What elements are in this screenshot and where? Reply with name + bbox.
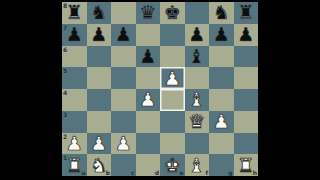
square-c6[interactable]: [111, 46, 136, 68]
file-label-e: e: [179, 170, 183, 176]
square-c8[interactable]: [111, 2, 136, 24]
piece-white-bishop-f4[interactable]: ♝: [188, 90, 205, 109]
piece-black-pawn-h7[interactable]: ♟: [237, 25, 254, 44]
square-g1[interactable]: g: [209, 154, 234, 176]
square-d3[interactable]: [136, 111, 161, 133]
piece-white-bishop-f1[interactable]: ♝: [188, 155, 205, 174]
piece-black-rook-a8[interactable]: ♜: [66, 3, 83, 22]
piece-black-rook-h8[interactable]: ♜: [237, 3, 254, 22]
square-g2[interactable]: [209, 133, 234, 155]
piece-black-pawn-g7[interactable]: ♟: [213, 25, 230, 44]
piece-white-pawn-c2[interactable]: ♟: [115, 133, 132, 152]
piece-white-pawn-g3[interactable]: ♟: [213, 112, 230, 131]
chess-board: 8♜♞♛♚♞♜7♟♟♟♟♟♟6♟♝5♟4♟♝3♛♟2♟♟♟1a♜b♞cde♚f♝…: [62, 2, 258, 176]
square-d1[interactable]: d: [136, 154, 161, 176]
piece-white-rook-a1[interactable]: ♜: [66, 155, 83, 174]
square-f2[interactable]: [185, 133, 210, 155]
file-label-c: c: [131, 170, 135, 176]
square-a5[interactable]: 5: [62, 67, 87, 89]
square-b1[interactable]: b♞: [87, 154, 112, 176]
piece-black-king-e8[interactable]: ♚: [164, 3, 181, 22]
piece-black-queen-d8[interactable]: ♛: [139, 3, 156, 22]
piece-white-pawn-e5[interactable]: ♟: [164, 68, 181, 87]
rank-label-2: 2: [63, 133, 67, 140]
piece-black-pawn-a7[interactable]: ♟: [66, 25, 83, 44]
square-e7[interactable]: [160, 24, 185, 46]
square-e5[interactable]: ♟: [160, 67, 185, 89]
square-f5[interactable]: [185, 67, 210, 89]
square-c1[interactable]: c: [111, 154, 136, 176]
square-f4[interactable]: ♝: [185, 89, 210, 111]
square-b4[interactable]: [87, 89, 112, 111]
square-g6[interactable]: [209, 46, 234, 68]
piece-white-rook-h1[interactable]: ♜: [237, 155, 254, 174]
square-f6[interactable]: ♝: [185, 46, 210, 68]
square-f1[interactable]: f♝: [185, 154, 210, 176]
square-b7[interactable]: ♟: [87, 24, 112, 46]
piece-white-knight-b1[interactable]: ♞: [90, 155, 107, 174]
square-b6[interactable]: [87, 46, 112, 68]
square-h1[interactable]: h♜: [234, 154, 259, 176]
piece-white-queen-f3[interactable]: ♛: [188, 112, 205, 131]
file-label-g: g: [228, 170, 232, 176]
square-f7[interactable]: ♟: [185, 24, 210, 46]
piece-black-bishop-f6[interactable]: ♝: [188, 46, 205, 65]
square-e3[interactable]: [160, 111, 185, 133]
rank-label-3: 3: [63, 111, 67, 118]
piece-black-pawn-c7[interactable]: ♟: [115, 25, 132, 44]
square-b5[interactable]: [87, 67, 112, 89]
square-c3[interactable]: [111, 111, 136, 133]
piece-black-pawn-b7[interactable]: ♟: [90, 25, 107, 44]
piece-black-knight-g8[interactable]: ♞: [213, 3, 230, 22]
square-h4[interactable]: [234, 89, 259, 111]
file-label-b: b: [106, 170, 110, 176]
square-e2[interactable]: [160, 133, 185, 155]
square-h2[interactable]: [234, 133, 259, 155]
square-g7[interactable]: ♟: [209, 24, 234, 46]
square-g5[interactable]: [209, 67, 234, 89]
file-label-h: h: [253, 170, 257, 176]
file-label-f: f: [205, 170, 208, 176]
rank-label-4: 4: [63, 89, 67, 96]
rank-label-6: 6: [63, 46, 67, 53]
piece-white-pawn-d4[interactable]: ♟: [139, 90, 156, 109]
square-e1[interactable]: e♚: [160, 154, 185, 176]
piece-black-knight-b8[interactable]: ♞: [90, 3, 107, 22]
square-a1[interactable]: 1a♜: [62, 154, 87, 176]
chess-app-background: 8♜♞♛♚♞♜7♟♟♟♟♟♟6♟♝5♟4♟♝3♛♟2♟♟♟1a♜b♞cde♚f♝…: [0, 0, 320, 180]
square-h7[interactable]: ♟: [234, 24, 259, 46]
square-h3[interactable]: [234, 111, 259, 133]
rank-label-8: 8: [63, 2, 67, 9]
square-a7[interactable]: 7♟: [62, 24, 87, 46]
square-a4[interactable]: 4: [62, 89, 87, 111]
square-e4[interactable]: [160, 89, 185, 111]
piece-white-pawn-a2[interactable]: ♟: [66, 133, 83, 152]
file-label-a: a: [81, 170, 85, 176]
square-g3[interactable]: ♟: [209, 111, 234, 133]
square-b2[interactable]: ♟: [87, 133, 112, 155]
square-a2[interactable]: 2♟: [62, 133, 87, 155]
square-d4[interactable]: ♟: [136, 89, 161, 111]
square-a3[interactable]: 3: [62, 111, 87, 133]
square-b8[interactable]: ♞: [87, 2, 112, 24]
square-d6[interactable]: ♟: [136, 46, 161, 68]
square-c2[interactable]: ♟: [111, 133, 136, 155]
square-d8[interactable]: ♛: [136, 2, 161, 24]
square-f8[interactable]: [185, 2, 210, 24]
piece-black-pawn-f7[interactable]: ♟: [188, 25, 205, 44]
piece-white-pawn-b2[interactable]: ♟: [90, 133, 107, 152]
square-h6[interactable]: [234, 46, 259, 68]
square-d7[interactable]: [136, 24, 161, 46]
square-g4[interactable]: [209, 89, 234, 111]
square-a8[interactable]: 8♜: [62, 2, 87, 24]
square-h8[interactable]: ♜: [234, 2, 259, 24]
square-c5[interactable]: [111, 67, 136, 89]
square-h5[interactable]: [234, 67, 259, 89]
square-b3[interactable]: [87, 111, 112, 133]
square-c4[interactable]: [111, 89, 136, 111]
rank-label-1: 1: [63, 154, 67, 161]
piece-white-king-e1[interactable]: ♚: [164, 155, 181, 174]
rank-label-5: 5: [63, 67, 67, 74]
square-a6[interactable]: 6: [62, 46, 87, 68]
piece-black-pawn-d6[interactable]: ♟: [139, 46, 156, 65]
square-f3[interactable]: ♛: [185, 111, 210, 133]
square-e8[interactable]: ♚: [160, 2, 185, 24]
rank-label-7: 7: [63, 24, 67, 31]
square-e6[interactable]: [160, 46, 185, 68]
file-label-d: d: [155, 170, 159, 176]
square-d5[interactable]: [136, 67, 161, 89]
square-c7[interactable]: ♟: [111, 24, 136, 46]
square-d2[interactable]: [136, 133, 161, 155]
square-g8[interactable]: ♞: [209, 2, 234, 24]
